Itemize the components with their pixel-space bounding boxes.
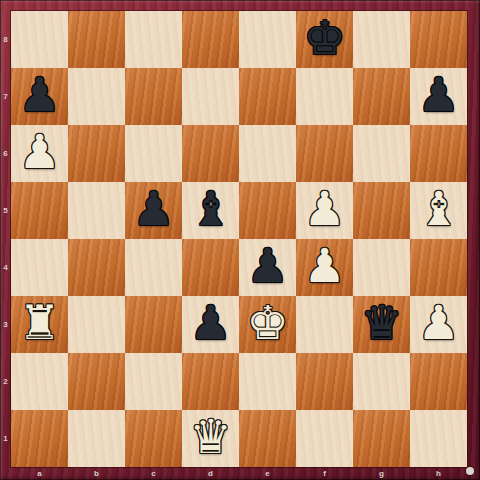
square-h2[interactable] (410, 353, 467, 410)
square-c6[interactable] (125, 125, 182, 182)
square-g3[interactable]: ♛ (353, 296, 410, 353)
file-label-b: b (68, 467, 125, 480)
black-queen-g3[interactable]: ♛ (360, 299, 402, 346)
square-b4[interactable] (68, 239, 125, 296)
rank-labels: 87654321 (0, 11, 11, 467)
square-f7[interactable] (296, 68, 353, 125)
white-rook-a3[interactable]: ♜ (18, 299, 60, 346)
square-a7[interactable]: ♟ (11, 68, 68, 125)
white-pawn-f5[interactable]: ♟ (303, 185, 345, 232)
rank-label-2: 2 (0, 353, 11, 410)
black-pawn-c5[interactable]: ♟ (132, 185, 174, 232)
square-g7[interactable] (353, 68, 410, 125)
square-h8[interactable] (410, 11, 467, 68)
square-h1[interactable] (410, 410, 467, 467)
square-b1[interactable] (68, 410, 125, 467)
rank-label-7: 7 (0, 68, 11, 125)
square-a4[interactable] (11, 239, 68, 296)
square-g6[interactable] (353, 125, 410, 182)
square-e7[interactable] (239, 68, 296, 125)
rank-label-4: 4 (0, 239, 11, 296)
white-queen-d1[interactable]: ♛ (189, 413, 231, 460)
square-e6[interactable] (239, 125, 296, 182)
black-bishop-d5[interactable]: ♝ (189, 185, 231, 232)
square-d2[interactable] (182, 353, 239, 410)
chess-app: ♚♟♟♟♟♝♟♝♟♟♜♟♚♛♟♛ 87654321 abcdefgh (0, 0, 480, 480)
white-bishop-h5[interactable]: ♝ (417, 185, 459, 232)
square-g4[interactable] (353, 239, 410, 296)
square-d3[interactable]: ♟ (182, 296, 239, 353)
square-b7[interactable] (68, 68, 125, 125)
square-c4[interactable] (125, 239, 182, 296)
white-king-e3[interactable]: ♚ (246, 299, 288, 346)
square-d4[interactable] (182, 239, 239, 296)
square-h4[interactable] (410, 239, 467, 296)
square-h3[interactable]: ♟ (410, 296, 467, 353)
square-g5[interactable] (353, 182, 410, 239)
black-pawn-h7[interactable]: ♟ (417, 71, 459, 118)
square-d1[interactable]: ♛ (182, 410, 239, 467)
square-d5[interactable]: ♝ (182, 182, 239, 239)
square-e4[interactable]: ♟ (239, 239, 296, 296)
square-b2[interactable] (68, 353, 125, 410)
rank-label-8: 8 (0, 11, 11, 68)
file-label-d: d (182, 467, 239, 480)
black-pawn-d3[interactable]: ♟ (189, 299, 231, 346)
square-f1[interactable] (296, 410, 353, 467)
square-f8[interactable]: ♚ (296, 11, 353, 68)
square-e5[interactable] (239, 182, 296, 239)
rank-label-5: 5 (0, 182, 11, 239)
square-c1[interactable] (125, 410, 182, 467)
square-h7[interactable]: ♟ (410, 68, 467, 125)
rank-label-6: 6 (0, 125, 11, 182)
file-label-g: g (353, 467, 410, 480)
square-e2[interactable] (239, 353, 296, 410)
square-g8[interactable] (353, 11, 410, 68)
square-e3[interactable]: ♚ (239, 296, 296, 353)
rank-label-1: 1 (0, 410, 11, 467)
square-c8[interactable] (125, 11, 182, 68)
square-g1[interactable] (353, 410, 410, 467)
square-d7[interactable] (182, 68, 239, 125)
square-a1[interactable] (11, 410, 68, 467)
square-c3[interactable] (125, 296, 182, 353)
square-f5[interactable]: ♟ (296, 182, 353, 239)
square-a5[interactable] (11, 182, 68, 239)
square-b3[interactable] (68, 296, 125, 353)
square-a2[interactable] (11, 353, 68, 410)
square-b8[interactable] (68, 11, 125, 68)
square-c7[interactable] (125, 68, 182, 125)
white-pawn-h3[interactable]: ♟ (417, 299, 459, 346)
square-h5[interactable]: ♝ (410, 182, 467, 239)
square-e1[interactable] (239, 410, 296, 467)
square-c2[interactable] (125, 353, 182, 410)
file-label-a: a (11, 467, 68, 480)
square-f3[interactable] (296, 296, 353, 353)
square-h6[interactable] (410, 125, 467, 182)
file-label-e: e (239, 467, 296, 480)
white-pawn-f4[interactable]: ♟ (303, 242, 345, 289)
white-pawn-a6[interactable]: ♟ (18, 128, 60, 175)
file-label-h: h (410, 467, 467, 480)
black-pawn-e4[interactable]: ♟ (246, 242, 288, 289)
square-c5[interactable]: ♟ (125, 182, 182, 239)
square-b5[interactable] (68, 182, 125, 239)
square-d6[interactable] (182, 125, 239, 182)
rank-label-3: 3 (0, 296, 11, 353)
square-b6[interactable] (68, 125, 125, 182)
square-f4[interactable]: ♟ (296, 239, 353, 296)
square-d8[interactable] (182, 11, 239, 68)
file-label-f: f (296, 467, 353, 480)
square-e8[interactable] (239, 11, 296, 68)
black-pawn-a7[interactable]: ♟ (18, 71, 60, 118)
square-a3[interactable]: ♜ (11, 296, 68, 353)
square-g2[interactable] (353, 353, 410, 410)
square-a8[interactable] (11, 11, 68, 68)
square-a6[interactable]: ♟ (11, 125, 68, 182)
square-f2[interactable] (296, 353, 353, 410)
file-labels: abcdefgh (11, 467, 467, 480)
square-f6[interactable] (296, 125, 353, 182)
black-king-f8[interactable]: ♚ (303, 14, 345, 61)
side-to-move-indicator (466, 467, 474, 475)
file-label-c: c (125, 467, 182, 480)
chess-board: ♚♟♟♟♟♝♟♝♟♟♜♟♚♛♟♛ (11, 11, 467, 467)
